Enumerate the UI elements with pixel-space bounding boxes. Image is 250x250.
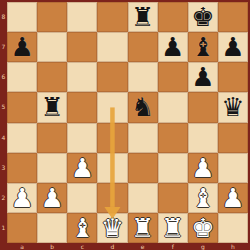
rank-label-6: 6	[0, 74, 7, 80]
chess-board: ♜♚♟♟♝♟♟♜♞♛♟♟♟♟♝♟♝♛♜♜♚	[7, 2, 248, 243]
square-g1[interactable]: ♚	[188, 213, 218, 243]
square-e1[interactable]: ♜	[128, 213, 158, 243]
file-label-g: g	[188, 243, 218, 250]
square-g3[interactable]: ♟	[188, 153, 218, 183]
square-e8[interactable]: ♜	[128, 2, 158, 32]
square-d1[interactable]: ♛	[97, 213, 127, 243]
square-h1[interactable]	[218, 213, 248, 243]
white-pawn-g3[interactable]: ♟	[188, 153, 218, 183]
square-c2[interactable]	[67, 183, 97, 213]
white-pawn-c3[interactable]: ♟	[67, 153, 97, 183]
file-label-e: e	[128, 243, 158, 250]
square-a5[interactable]	[7, 92, 37, 122]
square-c7[interactable]	[67, 32, 97, 62]
square-c1[interactable]: ♝	[67, 213, 97, 243]
rank-label-8: 8	[0, 14, 7, 20]
square-a1[interactable]	[7, 213, 37, 243]
square-e7[interactable]	[128, 32, 158, 62]
rank-label-4: 4	[0, 135, 7, 141]
square-a4[interactable]	[7, 123, 37, 153]
file-label-a: a	[7, 243, 37, 250]
file-label-f: f	[158, 243, 188, 250]
file-label-h: h	[218, 243, 248, 250]
file-label-b: b	[37, 243, 67, 250]
black-knight-e5[interactable]: ♞	[128, 92, 158, 122]
chess-board-frame: ♜♚♟♟♝♟♟♜♞♛♟♟♟♟♝♟♝♛♜♜♚ 87654321 abcdefgh	[0, 0, 250, 250]
black-pawn-g6[interactable]: ♟	[188, 62, 218, 92]
square-a3[interactable]	[7, 153, 37, 183]
square-g4[interactable]	[188, 123, 218, 153]
square-h7[interactable]: ♟	[218, 32, 248, 62]
black-bishop-g7[interactable]: ♝	[188, 32, 218, 62]
square-f4[interactable]	[158, 123, 188, 153]
white-bishop-g2[interactable]: ♝	[188, 183, 218, 213]
square-f3[interactable]	[158, 153, 188, 183]
square-c6[interactable]	[67, 62, 97, 92]
square-c5[interactable]	[67, 92, 97, 122]
square-f6[interactable]	[158, 62, 188, 92]
square-h2[interactable]: ♟	[218, 183, 248, 213]
square-f2[interactable]	[158, 183, 188, 213]
file-label-d: d	[97, 243, 127, 250]
square-a8[interactable]	[7, 2, 37, 32]
square-g5[interactable]	[188, 92, 218, 122]
square-b6[interactable]	[37, 62, 67, 92]
black-rook-b5[interactable]: ♜	[37, 92, 67, 122]
square-e3[interactable]	[128, 153, 158, 183]
square-h8[interactable]	[218, 2, 248, 32]
square-d3[interactable]	[97, 153, 127, 183]
white-queen-d1[interactable]: ♛	[97, 213, 127, 243]
rank-label-3: 3	[0, 165, 7, 171]
square-d8[interactable]	[97, 2, 127, 32]
square-e2[interactable]	[128, 183, 158, 213]
square-b8[interactable]	[37, 2, 67, 32]
square-h3[interactable]	[218, 153, 248, 183]
square-e5[interactable]: ♞	[128, 92, 158, 122]
square-f7[interactable]: ♟	[158, 32, 188, 62]
square-f5[interactable]	[158, 92, 188, 122]
square-e6[interactable]	[128, 62, 158, 92]
square-h4[interactable]	[218, 123, 248, 153]
white-king-g1[interactable]: ♚	[188, 213, 218, 243]
rank-label-7: 7	[0, 44, 7, 50]
white-pawn-b2[interactable]: ♟	[37, 183, 67, 213]
square-g2[interactable]: ♝	[188, 183, 218, 213]
square-c8[interactable]	[67, 2, 97, 32]
square-d4[interactable]	[97, 123, 127, 153]
square-d7[interactable]	[97, 32, 127, 62]
square-d2[interactable]	[97, 183, 127, 213]
square-b7[interactable]	[37, 32, 67, 62]
square-d5[interactable]	[97, 92, 127, 122]
square-d6[interactable]	[97, 62, 127, 92]
square-f8[interactable]	[158, 2, 188, 32]
white-rook-e1[interactable]: ♜	[128, 213, 158, 243]
square-g7[interactable]: ♝	[188, 32, 218, 62]
rank-label-5: 5	[0, 104, 7, 110]
square-b4[interactable]	[37, 123, 67, 153]
square-a2[interactable]: ♟	[7, 183, 37, 213]
square-b5[interactable]: ♜	[37, 92, 67, 122]
square-e4[interactable]	[128, 123, 158, 153]
rank-label-1: 1	[0, 225, 7, 231]
square-b2[interactable]: ♟	[37, 183, 67, 213]
square-a6[interactable]	[7, 62, 37, 92]
black-queen-h5[interactable]: ♛	[218, 92, 248, 122]
square-g6[interactable]: ♟	[188, 62, 218, 92]
square-c4[interactable]	[67, 123, 97, 153]
square-a7[interactable]: ♟	[7, 32, 37, 62]
rank-label-2: 2	[0, 195, 7, 201]
square-f1[interactable]: ♜	[158, 213, 188, 243]
black-rook-e8[interactable]: ♜	[128, 2, 158, 32]
black-king-g8[interactable]: ♚	[188, 2, 218, 32]
white-rook-f1[interactable]: ♜	[158, 213, 188, 243]
square-h5[interactable]: ♛	[218, 92, 248, 122]
white-bishop-c1[interactable]: ♝	[67, 213, 97, 243]
black-pawn-f7[interactable]: ♟	[158, 32, 188, 62]
black-pawn-h7[interactable]: ♟	[218, 32, 248, 62]
black-pawn-a7[interactable]: ♟	[7, 32, 37, 62]
square-b3[interactable]	[37, 153, 67, 183]
file-label-c: c	[67, 243, 97, 250]
white-pawn-h2[interactable]: ♟	[218, 183, 248, 213]
square-c3[interactable]: ♟	[67, 153, 97, 183]
white-pawn-a2[interactable]: ♟	[7, 183, 37, 213]
square-h6[interactable]	[218, 62, 248, 92]
square-b1[interactable]	[37, 213, 67, 243]
square-g8[interactable]: ♚	[188, 2, 218, 32]
